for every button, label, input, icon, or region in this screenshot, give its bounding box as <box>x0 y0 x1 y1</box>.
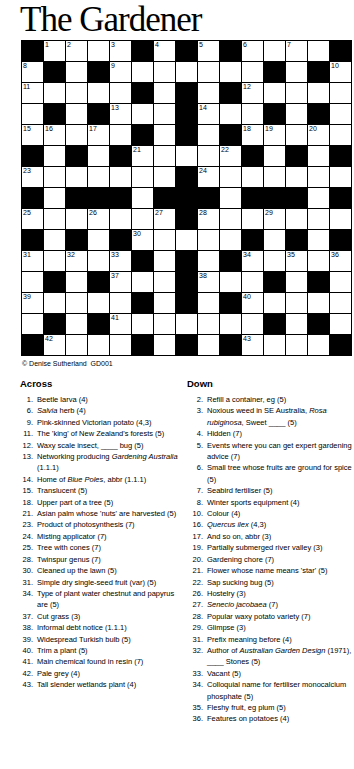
white-cell[interactable] <box>110 125 131 145</box>
white-cell[interactable] <box>154 167 175 187</box>
black-cell <box>22 188 43 208</box>
white-cell[interactable]: 6 <box>242 41 263 61</box>
white-cell[interactable] <box>220 209 241 229</box>
clue-text: The 'king' of New Zealand's forests (5) <box>37 428 180 439</box>
white-cell[interactable]: 7 <box>286 41 307 61</box>
clue-number: 42. <box>14 668 37 679</box>
black-cell <box>176 251 197 271</box>
black-cell <box>132 125 153 145</box>
white-cell[interactable] <box>176 62 197 82</box>
black-cell <box>132 41 153 61</box>
black-cell <box>220 83 241 103</box>
white-cell[interactable] <box>88 83 109 103</box>
white-cell[interactable] <box>154 335 175 355</box>
clue-number: 35. <box>184 702 207 713</box>
white-cell[interactable]: 31 <box>22 251 43 271</box>
white-cell[interactable]: 29 <box>264 209 285 229</box>
clue: 39.Widespread Turkish bulb (5) <box>14 634 180 645</box>
white-cell[interactable]: 5 <box>198 41 219 61</box>
black-cell <box>242 146 263 166</box>
across-clue-list: 1.Beetle larva (4)6.Salvia herb (4)9.Pin… <box>14 394 180 691</box>
white-cell[interactable] <box>176 314 197 334</box>
white-cell[interactable] <box>66 272 87 292</box>
clue: 28.Twinspur genus (7) <box>14 554 180 565</box>
white-cell[interactable] <box>198 293 219 313</box>
white-cell[interactable]: 12 <box>242 83 263 103</box>
white-cell[interactable] <box>154 62 175 82</box>
white-cell[interactable] <box>154 146 175 166</box>
white-cell[interactable] <box>154 251 175 271</box>
white-cell[interactable] <box>88 146 109 166</box>
clue-text: Home of Blue Poles, abbr (1.1.1) <box>37 474 180 485</box>
cell-number: 1 <box>45 41 49 49</box>
white-cell[interactable] <box>132 104 153 124</box>
white-cell[interactable] <box>198 230 219 250</box>
white-cell[interactable] <box>220 188 241 208</box>
clue-number: 34. <box>14 588 37 611</box>
clue: 24.Misting applicator (7) <box>14 531 180 542</box>
black-cell <box>220 251 241 271</box>
white-cell[interactable] <box>154 83 175 103</box>
black-cell <box>330 41 351 61</box>
white-cell[interactable] <box>154 272 175 292</box>
copyright-line: © Denise Sutherland GD001 <box>22 359 113 368</box>
cell-number: 31 <box>23 251 31 259</box>
white-cell[interactable] <box>264 41 285 61</box>
cell-number: 26 <box>89 209 97 217</box>
clue-number: 19. <box>184 542 207 553</box>
white-cell[interactable]: 36 <box>330 251 351 271</box>
black-cell <box>176 41 197 61</box>
white-cell[interactable] <box>154 230 175 250</box>
clue: 17.And so on, abbr (3) <box>184 531 352 542</box>
black-cell <box>286 146 307 166</box>
white-cell[interactable] <box>198 125 219 145</box>
white-cell[interactable] <box>66 314 87 334</box>
white-cell[interactable] <box>220 167 241 187</box>
clue-text: Partially submerged river valley (3) <box>207 542 352 553</box>
white-cell[interactable]: 8 <box>22 62 43 82</box>
clue-text: Quercus ilex (4,3) <box>207 519 352 530</box>
cell-number: 6 <box>243 41 247 49</box>
cell-number: 12 <box>243 83 251 91</box>
black-cell <box>44 62 65 82</box>
cell-number: 16 <box>45 125 53 133</box>
white-cell[interactable] <box>44 167 65 187</box>
black-cell <box>308 104 329 124</box>
white-cell[interactable] <box>308 251 329 271</box>
black-cell <box>176 167 197 187</box>
cell-number: 15 <box>23 125 31 133</box>
white-cell[interactable] <box>242 314 263 334</box>
white-cell[interactable] <box>308 41 329 61</box>
cell-number: 17 <box>89 125 97 133</box>
white-cell[interactable] <box>220 62 241 82</box>
white-cell[interactable]: 28 <box>198 209 219 229</box>
white-cell[interactable] <box>110 293 131 313</box>
clue-text: Asian palm whose 'nuts' are harvested (5… <box>37 508 180 519</box>
white-cell[interactable] <box>286 167 307 187</box>
cell-number: 20 <box>309 125 317 133</box>
white-cell[interactable] <box>66 335 87 355</box>
across-heading: Across <box>20 378 180 390</box>
black-cell <box>330 230 351 250</box>
white-cell[interactable] <box>198 146 219 166</box>
clue-number: 36. <box>184 713 207 724</box>
clue-text: Upper part of a tree (5) <box>37 497 180 508</box>
white-cell[interactable] <box>110 209 131 229</box>
white-cell[interactable] <box>286 293 307 313</box>
clue-number: 15. <box>14 485 37 496</box>
white-cell[interactable] <box>132 167 153 187</box>
white-cell[interactable]: 33 <box>110 251 131 271</box>
white-cell[interactable]: 14 <box>198 104 219 124</box>
clue-text: Popular waxy potato variety (7) <box>207 611 352 622</box>
white-cell[interactable] <box>66 209 87 229</box>
clue-text: Cut grass (3) <box>37 611 180 622</box>
white-cell[interactable] <box>44 251 65 271</box>
clue: 33.Vacant (5) <box>184 668 352 679</box>
white-cell[interactable] <box>220 314 241 334</box>
clue-text: Hidden (7) <box>207 428 352 439</box>
white-cell[interactable] <box>264 230 285 250</box>
white-cell[interactable]: 22 <box>220 146 241 166</box>
white-cell[interactable] <box>198 335 219 355</box>
clue-number: 32. <box>184 645 207 668</box>
white-cell[interactable] <box>286 314 307 334</box>
clue-number: 27. <box>184 599 207 610</box>
white-cell[interactable] <box>154 314 175 334</box>
white-cell[interactable] <box>308 167 329 187</box>
white-cell[interactable]: 30 <box>132 230 153 250</box>
white-cell[interactable]: 40 <box>242 293 263 313</box>
white-cell[interactable] <box>154 125 175 145</box>
clue-text: Senecio jacobaea (7) <box>207 599 352 610</box>
clue-text: Vacant (5) <box>207 668 352 679</box>
clue: 40.Trim a plant (5) <box>14 645 180 656</box>
clue: 36.Features on potatoes (4) <box>184 713 352 724</box>
clue: 11.The 'king' of New Zealand's forests (… <box>14 428 180 439</box>
white-cell[interactable] <box>242 272 263 292</box>
white-cell[interactable] <box>330 167 351 187</box>
cell-number: 13 <box>111 104 119 112</box>
white-cell[interactable] <box>286 272 307 292</box>
clue-number: 23. <box>14 519 37 530</box>
white-cell[interactable] <box>286 125 307 145</box>
white-cell[interactable]: 16 <box>44 125 65 145</box>
clue-text: Pink-skinned Victorian potato (4,3) <box>37 417 180 428</box>
white-cell[interactable] <box>66 293 87 313</box>
white-cell[interactable]: 32 <box>66 251 87 271</box>
clue: 6.Salvia herb (4) <box>14 405 180 416</box>
black-cell <box>132 251 153 271</box>
clue: 4.Hidden (7) <box>184 428 352 439</box>
clue-text: Sap sucking bug (5) <box>207 577 352 588</box>
white-cell[interactable] <box>220 104 241 124</box>
cell-number: 42 <box>45 335 53 343</box>
white-cell[interactable] <box>132 272 153 292</box>
clue-text: Cleaned up the lawn (5) <box>37 565 180 576</box>
white-cell[interactable] <box>44 83 65 103</box>
white-cell[interactable]: 21 <box>132 146 153 166</box>
black-cell <box>88 62 109 82</box>
white-cell[interactable] <box>330 125 351 145</box>
white-cell[interactable] <box>264 146 285 166</box>
white-cell[interactable] <box>286 104 307 124</box>
cell-number: 36 <box>331 251 339 259</box>
black-cell <box>176 272 197 292</box>
white-cell[interactable]: 13 <box>110 104 131 124</box>
white-cell[interactable] <box>264 335 285 355</box>
clue: 28.Popular waxy potato variety (7) <box>184 611 352 622</box>
white-cell[interactable]: 43 <box>242 335 263 355</box>
clue-number: 13. <box>14 451 37 474</box>
clue-text: Glimpse (3) <box>207 622 352 633</box>
white-cell[interactable]: 35 <box>286 251 307 271</box>
clue: 38.Informal debt notice (1.1.1) <box>14 622 180 633</box>
clue-text: Trim a plant (5) <box>37 645 180 656</box>
white-cell[interactable]: 25 <box>22 209 43 229</box>
clue: 41.Main chemical found in resin (7) <box>14 656 180 667</box>
clue-text: Prefix meaning before (4) <box>207 634 352 645</box>
white-cell[interactable]: 1 <box>44 41 65 61</box>
white-cell[interactable]: 38 <box>198 272 219 292</box>
white-cell[interactable] <box>88 230 109 250</box>
white-cell[interactable] <box>154 104 175 124</box>
white-cell[interactable] <box>22 314 43 334</box>
white-cell[interactable]: 42 <box>44 335 65 355</box>
clue-text: Tree with cones (7) <box>37 542 180 553</box>
white-cell[interactable] <box>176 146 197 166</box>
clue-number: 21. <box>184 565 207 576</box>
white-cell[interactable] <box>308 230 329 250</box>
cell-number: 4 <box>155 41 159 49</box>
white-cell[interactable] <box>110 335 131 355</box>
clue: 34.Type of plant water chestnut and papy… <box>14 588 180 611</box>
black-cell <box>66 188 87 208</box>
white-cell[interactable] <box>198 62 219 82</box>
black-cell <box>330 188 351 208</box>
clue-number: 29. <box>184 622 207 633</box>
black-cell <box>198 188 219 208</box>
black-cell <box>44 272 65 292</box>
clue-text: Main chemical found in resin (7) <box>37 656 180 667</box>
white-cell[interactable] <box>264 167 285 187</box>
clue-number: 6. <box>14 405 37 416</box>
white-cell[interactable] <box>44 146 65 166</box>
clue-number: 18. <box>14 497 37 508</box>
clue-number: 14. <box>14 474 37 485</box>
white-cell[interactable] <box>242 167 263 187</box>
clue-number: 43. <box>14 679 37 690</box>
white-cell[interactable] <box>66 83 87 103</box>
clue-text: Networking producing Gardening Australia… <box>37 451 180 474</box>
white-cell[interactable] <box>330 314 351 334</box>
white-cell[interactable] <box>330 83 351 103</box>
white-cell[interactable] <box>308 293 329 313</box>
clue-text: Informal debt notice (1.1.1) <box>37 622 180 633</box>
white-cell[interactable]: 15 <box>22 125 43 145</box>
white-cell[interactable] <box>220 272 241 292</box>
white-cell[interactable]: 18 <box>242 125 263 145</box>
white-cell[interactable] <box>110 83 131 103</box>
white-cell[interactable] <box>132 314 153 334</box>
white-cell[interactable] <box>198 83 219 103</box>
white-cell[interactable] <box>44 230 65 250</box>
clue-text: Misting applicator (7) <box>37 531 180 542</box>
white-cell[interactable]: 9 <box>110 62 131 82</box>
cell-number: 43 <box>243 335 251 343</box>
white-cell[interactable] <box>264 251 285 271</box>
clue-number: 25. <box>14 542 37 553</box>
white-cell[interactable] <box>22 272 43 292</box>
clue: 26.Hostelry (3) <box>184 588 352 599</box>
white-cell[interactable] <box>242 62 263 82</box>
white-cell[interactable] <box>308 83 329 103</box>
white-cell[interactable] <box>330 293 351 313</box>
white-cell[interactable] <box>44 209 65 229</box>
white-cell[interactable] <box>198 251 219 271</box>
white-cell[interactable]: 37 <box>110 272 131 292</box>
cell-number: 8 <box>23 62 27 70</box>
cell-number: 27 <box>155 209 163 217</box>
white-cell[interactable] <box>66 62 87 82</box>
white-cell[interactable] <box>132 62 153 82</box>
clue: 30.Cleaned up the lawn (5) <box>14 565 180 576</box>
white-cell[interactable]: 2 <box>66 41 87 61</box>
white-cell[interactable] <box>330 104 351 124</box>
clue-number: 9. <box>14 417 37 428</box>
white-cell[interactable] <box>66 125 87 145</box>
white-cell[interactable]: 27 <box>154 209 175 229</box>
white-cell[interactable] <box>264 83 285 103</box>
black-cell <box>220 335 241 355</box>
black-cell <box>110 230 131 250</box>
white-cell[interactable] <box>308 335 329 355</box>
white-cell[interactable] <box>88 41 109 61</box>
white-cell[interactable] <box>66 167 87 187</box>
cell-number: 32 <box>67 251 75 259</box>
clue: 9.Pink-skinned Victorian potato (4,3) <box>14 417 180 428</box>
clue-text: And so on, abbr (3) <box>207 531 352 542</box>
clue-text: Widespread Turkish bulb (5) <box>37 634 180 645</box>
clue-text: Pale grey (4) <box>37 668 180 679</box>
black-cell <box>220 125 241 145</box>
white-cell[interactable]: 24 <box>198 167 219 187</box>
clue-number: 8. <box>184 497 207 508</box>
black-cell <box>132 83 153 103</box>
clue: 35.Fleshy fruit, eg plum (5) <box>184 702 352 713</box>
white-cell[interactable] <box>132 188 153 208</box>
clue: 19.Partially submerged river valley (3) <box>184 542 352 553</box>
black-cell <box>22 146 43 166</box>
white-cell[interactable] <box>88 251 109 271</box>
cell-number: 19 <box>265 125 273 133</box>
black-cell <box>22 41 43 61</box>
black-cell <box>176 104 197 124</box>
black-cell <box>66 146 87 166</box>
white-cell[interactable]: 10 <box>330 62 351 82</box>
clue-number: 1. <box>14 394 37 405</box>
white-cell[interactable]: 20 <box>308 125 329 145</box>
white-cell[interactable]: 41 <box>110 314 131 334</box>
white-cell[interactable] <box>66 104 87 124</box>
white-cell[interactable] <box>220 230 241 250</box>
white-cell[interactable] <box>286 335 307 355</box>
black-cell <box>88 272 109 292</box>
clue-text: Small tree whose fruits are ground for s… <box>207 462 352 485</box>
white-cell[interactable] <box>308 209 329 229</box>
clue-text: Simple dry single-seed fruit (var) (5) <box>37 577 180 588</box>
cell-number: 39 <box>23 293 31 301</box>
clue: 34.Colloquial name for fertiliser monoca… <box>184 679 352 702</box>
clue-number: 6. <box>184 462 207 485</box>
clue-number: 34. <box>184 679 207 702</box>
clue-text: Author of Australian Garden Design (1971… <box>207 645 352 668</box>
cell-number: 9 <box>111 62 115 70</box>
crossword-grid: 1234567891011121314151617181920212223242… <box>21 40 352 356</box>
cell-number: 11 <box>23 83 30 91</box>
black-cell <box>330 146 351 166</box>
white-cell[interactable] <box>330 272 351 292</box>
white-cell[interactable] <box>308 188 329 208</box>
clue: 15.Translucent (5) <box>14 485 180 496</box>
clue-number: 4. <box>184 428 207 439</box>
white-cell[interactable]: 26 <box>88 209 109 229</box>
white-cell[interactable]: 39 <box>22 293 43 313</box>
crossword-page: The Gardener 123456789101112131415161718… <box>0 0 354 769</box>
white-cell[interactable]: 23 <box>22 167 43 187</box>
clue: 12.Waxy scale insect, ____ bug (5) <box>14 440 180 451</box>
white-cell[interactable]: 4 <box>154 41 175 61</box>
black-cell <box>264 104 285 124</box>
white-cell[interactable]: 3 <box>110 41 131 61</box>
white-cell[interactable] <box>242 209 263 229</box>
white-cell[interactable] <box>110 167 131 187</box>
white-cell[interactable] <box>44 293 65 313</box>
white-cell[interactable] <box>286 209 307 229</box>
white-cell[interactable] <box>132 209 153 229</box>
white-cell[interactable] <box>176 230 197 250</box>
white-cell[interactable] <box>286 83 307 103</box>
white-cell[interactable] <box>264 293 285 313</box>
black-cell <box>220 293 241 313</box>
white-cell[interactable]: 17 <box>88 125 109 145</box>
white-cell[interactable] <box>198 314 219 334</box>
white-cell[interactable] <box>88 293 109 313</box>
clue-text: Colloquial name for fertiliser monocalci… <box>207 679 352 702</box>
white-cell[interactable] <box>286 62 307 82</box>
white-cell[interactable]: 11 <box>22 83 43 103</box>
clue: 37.Cut grass (3) <box>14 611 180 622</box>
clue-number: 10. <box>184 508 207 519</box>
white-cell[interactable] <box>308 146 329 166</box>
white-cell[interactable] <box>330 209 351 229</box>
white-cell[interactable]: 19 <box>264 125 285 145</box>
white-cell[interactable]: 34 <box>242 251 263 271</box>
white-cell[interactable] <box>44 188 65 208</box>
white-cell[interactable] <box>88 335 109 355</box>
clue: 42.Pale grey (4) <box>14 668 180 679</box>
white-cell[interactable] <box>154 293 175 313</box>
black-cell <box>44 314 65 334</box>
white-cell[interactable] <box>242 104 263 124</box>
black-cell <box>242 230 263 250</box>
clue-number: 40. <box>14 645 37 656</box>
white-cell[interactable] <box>22 104 43 124</box>
clue-number: 39. <box>14 634 37 645</box>
white-cell[interactable] <box>88 167 109 187</box>
